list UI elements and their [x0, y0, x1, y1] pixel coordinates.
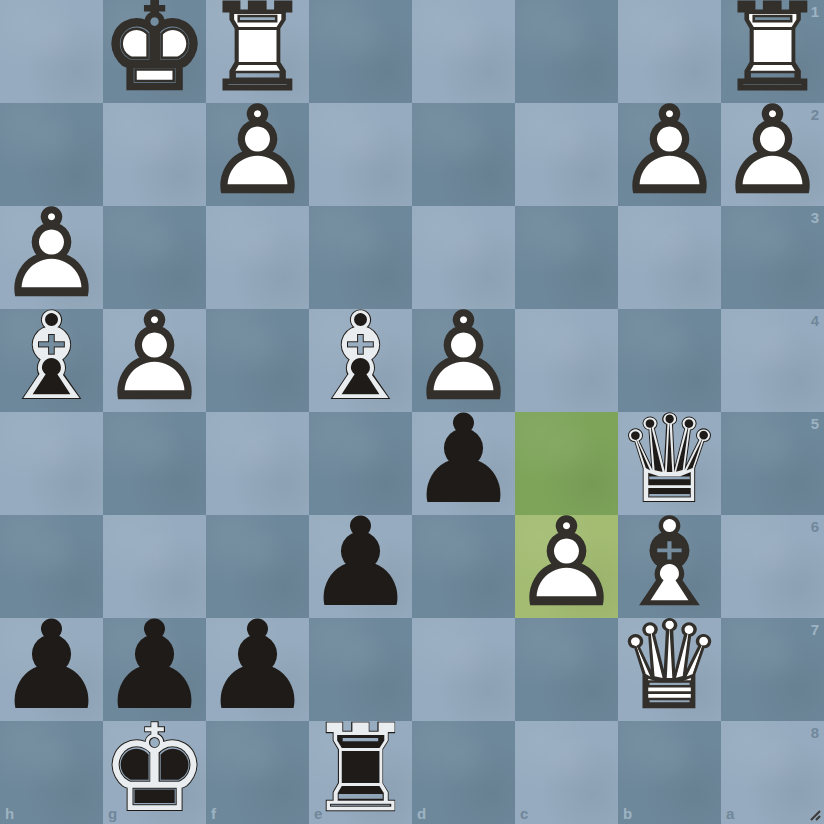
- file-label-a: a: [726, 805, 734, 822]
- rank-label-5: 5: [811, 415, 819, 432]
- black-pawn[interactable]: ♟: [0, 618, 103, 721]
- white-pawn-detail: ♙: [721, 99, 824, 202]
- white-pawn-glyph: ♟: [412, 305, 515, 408]
- white-rook-detail: ♖: [721, 0, 824, 99]
- black-queen-glyph: ♛: [618, 408, 721, 511]
- square-f3[interactable]: [206, 206, 309, 309]
- square-g5[interactable]: [103, 412, 206, 515]
- square-c6[interactable]: ♟♙: [515, 515, 618, 618]
- white-pawn-glyph: ♟: [515, 511, 618, 614]
- square-e2[interactable]: [309, 103, 412, 206]
- square-d2[interactable]: [412, 103, 515, 206]
- square-d5[interactable]: ♟: [412, 412, 515, 515]
- square-d7[interactable]: [412, 618, 515, 721]
- square-g2[interactable]: [103, 103, 206, 206]
- black-pawn-glyph: ♟: [103, 614, 206, 717]
- square-e5[interactable]: [309, 412, 412, 515]
- white-pawn[interactable]: ♟♙: [618, 103, 721, 206]
- square-f6[interactable]: [206, 515, 309, 618]
- black-pawn-glyph: ♟: [412, 408, 515, 511]
- black-king-glyph: ♚: [103, 717, 206, 820]
- square-h2[interactable]: [0, 103, 103, 206]
- black-rook-glyph: ♜: [309, 717, 412, 820]
- square-c1[interactable]: [515, 0, 618, 103]
- square-e7[interactable]: [309, 618, 412, 721]
- white-queen-detail: ♕: [618, 614, 721, 717]
- square-a5[interactable]: 5: [721, 412, 824, 515]
- square-c4[interactable]: [515, 309, 618, 412]
- square-a1[interactable]: ♜♖1: [721, 0, 824, 103]
- white-rook-detail: ♖: [206, 0, 309, 99]
- square-g8[interactable]: ♚♔g: [103, 721, 206, 824]
- square-h1[interactable]: [0, 0, 103, 103]
- black-bishop[interactable]: ♝♗: [309, 309, 412, 412]
- square-d4[interactable]: ♟♙: [412, 309, 515, 412]
- square-f2[interactable]: ♟♙: [206, 103, 309, 206]
- square-f4[interactable]: [206, 309, 309, 412]
- white-rook-glyph: ♜: [206, 0, 309, 99]
- square-b5[interactable]: ♛♕: [618, 412, 721, 515]
- square-e4[interactable]: ♝♗: [309, 309, 412, 412]
- square-b2[interactable]: ♟♙: [618, 103, 721, 206]
- file-label-h: h: [5, 805, 14, 822]
- white-queen-glyph: ♛: [618, 614, 721, 717]
- square-g1[interactable]: ♚♔: [103, 0, 206, 103]
- white-pawn-detail: ♙: [412, 305, 515, 408]
- file-label-c: c: [520, 805, 528, 822]
- square-h6[interactable]: [0, 515, 103, 618]
- white-pawn-glyph: ♟: [206, 99, 309, 202]
- white-pawn-detail: ♙: [206, 99, 309, 202]
- square-h7[interactable]: ♟: [0, 618, 103, 721]
- chess-board: ♚♔♜♖♜♖1♟♙♟♙♟♙2♟♙3♝♗♟♙♝♗♟♙4♟♛♕5♟♟♙♝♗6♟♟♟♛…: [0, 0, 824, 824]
- square-a2[interactable]: ♟♙2: [721, 103, 824, 206]
- square-b3[interactable]: [618, 206, 721, 309]
- file-label-f: f: [211, 805, 216, 822]
- black-rook[interactable]: ♜♖: [309, 721, 412, 824]
- white-rook-glyph: ♜: [721, 0, 824, 99]
- file-label-d: d: [417, 805, 426, 822]
- square-h8[interactable]: h: [0, 721, 103, 824]
- white-pawn-detail: ♙: [103, 305, 206, 408]
- square-d8[interactable]: d: [412, 721, 515, 824]
- black-queen[interactable]: ♛♕: [618, 412, 721, 515]
- black-bishop-detail: ♗: [309, 305, 412, 408]
- white-pawn[interactable]: ♟♙: [721, 103, 824, 206]
- square-b4[interactable]: [618, 309, 721, 412]
- square-b1[interactable]: [618, 0, 721, 103]
- black-pawn-glyph: ♟: [206, 614, 309, 717]
- black-bishop-detail: ♗: [0, 305, 103, 408]
- white-pawn-detail: ♙: [515, 511, 618, 614]
- rank-label-4: 4: [811, 312, 819, 329]
- black-pawn[interactable]: ♟: [309, 515, 412, 618]
- black-pawn-glyph: ♟: [309, 511, 412, 614]
- white-bishop[interactable]: ♝♗: [618, 515, 721, 618]
- square-d1[interactable]: [412, 0, 515, 103]
- square-h3[interactable]: ♟♙: [0, 206, 103, 309]
- square-f5[interactable]: [206, 412, 309, 515]
- black-king-detail: ♔: [103, 717, 206, 820]
- black-pawn[interactable]: ♟: [206, 618, 309, 721]
- square-e3[interactable]: [309, 206, 412, 309]
- square-c8[interactable]: c: [515, 721, 618, 824]
- white-bishop-detail: ♗: [618, 511, 721, 614]
- square-d3[interactable]: [412, 206, 515, 309]
- square-c3[interactable]: [515, 206, 618, 309]
- white-king[interactable]: ♚♔: [103, 0, 206, 103]
- white-pawn-detail: ♙: [618, 99, 721, 202]
- square-f8[interactable]: f: [206, 721, 309, 824]
- black-bishop[interactable]: ♝♗: [0, 309, 103, 412]
- square-e8[interactable]: ♜♖e: [309, 721, 412, 824]
- board-resize-handle-icon[interactable]: [804, 804, 822, 822]
- rank-label-6: 6: [811, 518, 819, 535]
- white-king-glyph: ♚: [103, 0, 206, 99]
- black-bishop-glyph: ♝: [309, 305, 412, 408]
- square-a7[interactable]: 7: [721, 618, 824, 721]
- white-pawn[interactable]: ♟♙: [103, 309, 206, 412]
- square-h4[interactable]: ♝♗: [0, 309, 103, 412]
- black-rook-detail: ♖: [309, 717, 412, 820]
- white-pawn-detail: ♙: [0, 202, 103, 305]
- square-c7[interactable]: [515, 618, 618, 721]
- square-g4[interactable]: ♟♙: [103, 309, 206, 412]
- white-queen[interactable]: ♛♕: [618, 618, 721, 721]
- white-bishop-glyph: ♝: [618, 511, 721, 614]
- white-king-detail: ♔: [103, 0, 206, 99]
- file-label-b: b: [623, 805, 632, 822]
- black-pawn[interactable]: ♟: [412, 412, 515, 515]
- white-pawn[interactable]: ♟♙: [412, 309, 515, 412]
- white-pawn-glyph: ♟: [0, 202, 103, 305]
- square-c2[interactable]: [515, 103, 618, 206]
- square-b6[interactable]: ♝♗: [618, 515, 721, 618]
- square-a6[interactable]: 6: [721, 515, 824, 618]
- square-e6[interactable]: ♟: [309, 515, 412, 618]
- square-d6[interactable]: [412, 515, 515, 618]
- rank-label-8: 8: [811, 724, 819, 741]
- square-b7[interactable]: ♛♕: [618, 618, 721, 721]
- square-c5[interactable]: [515, 412, 618, 515]
- white-pawn[interactable]: ♟♙: [515, 515, 618, 618]
- white-pawn[interactable]: ♟♙: [206, 103, 309, 206]
- square-h5[interactable]: [0, 412, 103, 515]
- square-a3[interactable]: 3: [721, 206, 824, 309]
- white-pawn-glyph: ♟: [618, 99, 721, 202]
- black-king[interactable]: ♚♔: [103, 721, 206, 824]
- square-b8[interactable]: b: [618, 721, 721, 824]
- rank-label-3: 3: [811, 209, 819, 226]
- square-a4[interactable]: 4: [721, 309, 824, 412]
- black-pawn-glyph: ♟: [0, 614, 103, 717]
- white-pawn-glyph: ♟: [721, 99, 824, 202]
- white-rook[interactable]: ♜♖: [721, 0, 824, 103]
- white-rook[interactable]: ♜♖: [206, 0, 309, 103]
- square-f1[interactable]: ♜♖: [206, 0, 309, 103]
- black-pawn[interactable]: ♟: [103, 618, 206, 721]
- square-g7[interactable]: ♟: [103, 618, 206, 721]
- square-e1[interactable]: [309, 0, 412, 103]
- square-f7[interactable]: ♟: [206, 618, 309, 721]
- square-g6[interactable]: [103, 515, 206, 618]
- rank-label-7: 7: [811, 621, 819, 638]
- square-g3[interactable]: [103, 206, 206, 309]
- white-pawn-glyph: ♟: [103, 305, 206, 408]
- black-queen-detail: ♕: [618, 408, 721, 511]
- black-bishop-glyph: ♝: [0, 305, 103, 408]
- white-pawn[interactable]: ♟♙: [0, 206, 103, 309]
